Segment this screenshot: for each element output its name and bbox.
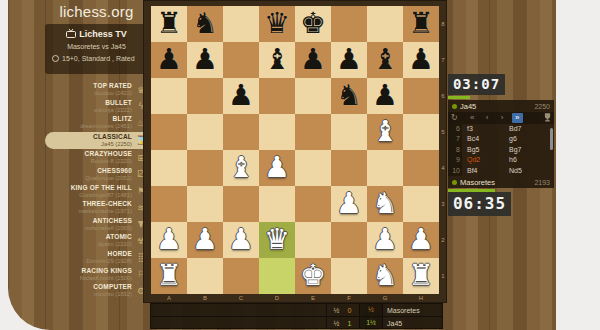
- rank-label-8: 8: [439, 6, 447, 42]
- channel-text: ANTICHESSnohonabell (2065): [85, 217, 132, 232]
- square-e3[interactable]: [295, 186, 331, 222]
- move-row-8: 8Bg5Bg7: [448, 145, 554, 156]
- channel-text: BULLETedronja (2222): [94, 99, 132, 114]
- square-f4[interactable]: [331, 150, 367, 186]
- first-move-button[interactable]: «: [467, 113, 478, 123]
- sidebar: lichess.org Lichess TV Masoretes vs Ja45…: [45, 0, 148, 330]
- score-row-ja45: ½11½Ja45: [151, 317, 442, 329]
- square-b8[interactable]: ♞: [187, 6, 223, 42]
- square-f2[interactable]: [331, 222, 367, 258]
- file-labels: ABCDEFGH: [151, 293, 439, 303]
- black-king-e8: ♚: [295, 6, 331, 42]
- analysis-board-button[interactable]: [544, 113, 551, 122]
- square-g1[interactable]: ♞: [367, 258, 403, 294]
- white-pawn-a2: ♟: [151, 222, 187, 258]
- square-e7[interactable]: ♟: [295, 42, 331, 78]
- player-row-bottom[interactable]: Masoretes 2193: [448, 177, 554, 189]
- time-bar-top: [448, 96, 470, 99]
- square-h7[interactable]: ♟: [403, 42, 439, 78]
- channel-label: ANTICHESS: [85, 217, 132, 224]
- channel-player: edronja (2222): [94, 107, 132, 114]
- white-pawn-h2: ♟: [403, 222, 439, 258]
- clock-bottom: 06:35: [448, 192, 511, 216]
- square-b4[interactable]: [187, 150, 223, 186]
- white-king-e1: ♚: [295, 258, 331, 294]
- channel-label: CRAZYHOUSE: [84, 150, 132, 157]
- square-f1[interactable]: [331, 258, 367, 294]
- channel-label: BULLET: [94, 99, 132, 106]
- square-e6[interactable]: [295, 78, 331, 114]
- square-d1[interactable]: [259, 258, 295, 294]
- tv-icon: [66, 29, 76, 38]
- black-pawn-a7: ♟: [151, 42, 187, 78]
- tv-time-control-row: 15+0, Standard , Rated: [52, 55, 148, 62]
- site-logo[interactable]: lichess.org: [45, 3, 148, 20]
- game1-result: ½: [330, 307, 343, 314]
- black-rook-h8: ♜: [403, 6, 439, 42]
- square-a7[interactable]: ♟: [151, 42, 187, 78]
- next-move-button[interactable]: ›: [497, 113, 508, 123]
- black-pawn-c6: ♟: [223, 78, 259, 114]
- lichess-tv-page: lichess.org Lichess TV Masoretes vs Ja45…: [0, 0, 600, 330]
- game2-result: 1: [343, 320, 356, 327]
- channel-text: THREE-CHECKmarketcrashe (1971): [79, 200, 132, 215]
- square-c4[interactable]: ♝: [223, 150, 259, 186]
- sidebar-item-crazyhouse[interactable]: CRAZYHOUSERookie-8 (2220)⊞: [45, 150, 148, 165]
- square-f8[interactable]: [331, 6, 367, 42]
- black-pawn-e7: ♟: [295, 42, 331, 78]
- square-g8[interactable]: [367, 6, 403, 42]
- channel-player: Gunslinger87 (1481): [71, 192, 132, 199]
- channel-text: CLASSICALJa45 (2250): [93, 133, 132, 148]
- chess-board[interactable]: ♜♞♛♚♜♟♟♝♟♟♝♟♟♞♟♝♝♟♟♞♟♟♟♛♟♟♜♚♞♜: [151, 6, 439, 294]
- black-knight-b8: ♞: [187, 6, 223, 42]
- black-pawn-b7: ♟: [187, 42, 223, 78]
- move-white[interactable]: f3: [462, 124, 509, 135]
- channel-player: Dimshin29 (1928): [86, 258, 132, 265]
- black-bishop-d7: ♝: [259, 42, 295, 78]
- move-white[interactable]: Qd2: [462, 155, 509, 166]
- file-label-b: B: [187, 293, 223, 303]
- square-a6[interactable]: [151, 78, 187, 114]
- channel-player: dreammoves (2451): [80, 123, 132, 130]
- game1-result: ½: [330, 320, 343, 327]
- rank-label-4: 4: [439, 150, 447, 186]
- square-a2[interactable]: ♟: [151, 222, 187, 258]
- file-label-e: E: [295, 293, 331, 303]
- clock-icon: [52, 55, 59, 62]
- white-bishop-c4: ♝: [223, 150, 259, 186]
- channel-label: CHESS960: [85, 167, 132, 174]
- square-c2[interactable]: ♟: [223, 222, 259, 258]
- sidebar-item-horde[interactable]: HORDEDimshin29 (1928)⣿: [45, 250, 148, 265]
- sidebar-item-antichess[interactable]: ANTICHESSnohonabell (2065)♟: [45, 217, 148, 232]
- online-dot: [452, 104, 457, 109]
- score-player-name: Ja45: [383, 320, 442, 327]
- white-pawn-d4: ♟: [259, 150, 295, 186]
- square-h8[interactable]: ♜: [403, 6, 439, 42]
- black-pawn-h7: ♟: [403, 42, 439, 78]
- channel-player: marketcrashe (1971): [79, 208, 132, 215]
- square-b2[interactable]: ♟: [187, 222, 223, 258]
- black-knight-f6: ♞: [331, 78, 367, 114]
- square-g6[interactable]: ♟: [367, 78, 403, 114]
- move-number: 6: [448, 124, 462, 135]
- square-d7[interactable]: ♝: [259, 42, 295, 78]
- channel-player: dpalm (2210): [98, 241, 132, 248]
- sidebar-item-racing-kings[interactable]: RACING KINGSNiclasKnecht (1500)⚐: [45, 267, 148, 282]
- tv-time-control: 15+0, Standard , Rated: [62, 55, 135, 62]
- white-rook-a1: ♜: [151, 258, 187, 294]
- move-number: 9: [448, 155, 462, 166]
- square-c8[interactable]: [223, 6, 259, 42]
- channel-player: duudou (2422): [93, 90, 132, 97]
- game-results: ½0: [326, 304, 359, 316]
- last-move-button[interactable]: »: [512, 113, 523, 123]
- move-white[interactable]: Bg5: [462, 145, 509, 156]
- score-row-masoretes: ½0½Masoretes: [151, 304, 442, 317]
- channel-text: KING OF THE HILLGunslinger87 (1481): [71, 184, 132, 199]
- square-d6[interactable]: [259, 78, 295, 114]
- file-label-h: H: [403, 293, 439, 303]
- move-black[interactable]: g6: [509, 134, 554, 145]
- channel-label: THREE-CHECK: [79, 200, 132, 207]
- square-c3[interactable]: [223, 186, 259, 222]
- rank-label-6: 6: [439, 78, 447, 114]
- square-h6[interactable]: [403, 78, 439, 114]
- player-rating-top: 2250: [534, 103, 550, 110]
- file-label-f: F: [331, 293, 367, 303]
- square-h1[interactable]: ♜: [403, 258, 439, 294]
- white-pawn-g2: ♟: [367, 222, 403, 258]
- channel-text: ATOMICdpalm (2210): [98, 233, 132, 248]
- square-c1[interactable]: [223, 258, 259, 294]
- square-e2[interactable]: [295, 222, 331, 258]
- tv-matchup: Masoretes vs Ja45: [45, 43, 148, 50]
- square-g7[interactable]: ♝: [367, 42, 403, 78]
- square-f3[interactable]: ♟: [331, 186, 367, 222]
- square-h2[interactable]: ♟: [403, 222, 439, 258]
- game2-result: 0: [343, 307, 356, 314]
- channel-label: RACING KINGS: [80, 267, 132, 274]
- move-white[interactable]: Bf4: [462, 166, 509, 177]
- black-bishop-g7: ♝: [367, 42, 403, 78]
- channel-label: TOP RATED: [93, 82, 132, 89]
- rank-label-5: 5: [439, 114, 447, 150]
- channel-player: NiclasKnecht (1500): [80, 275, 132, 282]
- file-label-a: A: [151, 293, 187, 303]
- move-number: 10: [448, 166, 462, 177]
- channel-player: Rookie-8 (2220): [84, 158, 132, 165]
- clock-top: 03:07: [448, 74, 505, 95]
- white-knight-g1: ♞: [367, 258, 403, 294]
- move-list-scrollbar[interactable]: [550, 128, 553, 150]
- white-pawn-b2: ♟: [187, 222, 223, 258]
- move-toolbar: ↻ « ‹ › »: [448, 112, 554, 124]
- move-nav: « ‹ › »: [467, 113, 523, 123]
- sidebar-item-blitz[interactable]: BLITZdreammoves (2451)♨: [45, 115, 148, 130]
- move-row-6: 6f3Bd7: [448, 124, 554, 135]
- file-label-c: C: [223, 293, 259, 303]
- square-a1[interactable]: ♜: [151, 258, 187, 294]
- square-d5[interactable]: [259, 114, 295, 150]
- rank-label-7: 7: [439, 42, 447, 78]
- square-g3[interactable]: ♞: [367, 186, 403, 222]
- sidebar-item-top-rated[interactable]: TOP RATEDduudou (2422)♛: [45, 82, 148, 97]
- square-b1[interactable]: [187, 258, 223, 294]
- match-score-strip: ½0½Masoretes½11½Ja45: [150, 303, 443, 329]
- channel-label: ATOMIC: [98, 233, 132, 240]
- channel-player: micchio (1832): [93, 291, 132, 298]
- move-row-7: 7Bc4g6: [448, 134, 554, 145]
- square-g2[interactable]: ♟: [367, 222, 403, 258]
- channel-label: HORDE: [86, 250, 132, 257]
- player-row-top[interactable]: Ja45 2250: [448, 100, 554, 112]
- channel-text: COMPUTERmicchio (1832): [93, 283, 132, 298]
- channel-label: BLITZ: [80, 115, 132, 122]
- channel-list: TOP RATEDduudou (2422)♛BULLETedronja (22…: [45, 82, 148, 300]
- channel-text: RACING KINGSNiclasKnecht (1500): [80, 267, 132, 282]
- square-f7[interactable]: ♟: [331, 42, 367, 78]
- black-pawn-g6: ♟: [367, 78, 403, 114]
- black-rook-a8: ♜: [151, 6, 187, 42]
- square-h4[interactable]: [403, 150, 439, 186]
- square-d2[interactable]: ♛: [259, 222, 295, 258]
- square-d8[interactable]: ♛: [259, 6, 295, 42]
- white-pawn-f3: ♟: [331, 186, 367, 222]
- move-number: 8: [448, 145, 462, 156]
- channel-label: KING OF THE HILL: [71, 184, 132, 191]
- square-a5[interactable]: [151, 114, 187, 150]
- square-b5[interactable]: [187, 114, 223, 150]
- move-black[interactable]: h6: [509, 155, 554, 166]
- move-row-9: 9Qd2h6: [448, 155, 554, 166]
- channel-text: CHESS960Qualunque (2052): [85, 167, 132, 182]
- channel-text: CRAZYHOUSERookie-8 (2220): [84, 150, 132, 165]
- total-score: ½: [359, 304, 383, 316]
- rank-label-3: 3: [439, 186, 447, 222]
- black-queen-d8: ♛: [259, 6, 295, 42]
- square-a3[interactable]: [151, 186, 187, 222]
- square-d3[interactable]: [259, 186, 295, 222]
- channel-label: CLASSICAL: [93, 133, 132, 140]
- online-dot: [452, 180, 457, 185]
- square-g4[interactable]: [367, 150, 403, 186]
- square-a8[interactable]: ♜: [151, 6, 187, 42]
- channel-player: nohonabell (2065): [85, 225, 132, 232]
- channel-text: HORDEDimshin29 (1928): [86, 250, 132, 265]
- total-score: 1½: [359, 317, 383, 329]
- white-knight-g3: ♞: [367, 186, 403, 222]
- square-g5[interactable]: ♝: [367, 114, 403, 150]
- square-e1[interactable]: ♚: [295, 258, 331, 294]
- move-white[interactable]: Bc4: [462, 134, 509, 145]
- tv-title-row: Lichess TV: [45, 29, 148, 39]
- sidebar-item-king-of-the-hill[interactable]: KING OF THE HILLGunslinger87 (1481)⚑: [45, 184, 148, 199]
- square-h3[interactable]: [403, 186, 439, 222]
- file-label-g: G: [367, 293, 403, 303]
- sidebar-item-chess960[interactable]: CHESS960Qualunque (2052)⚂: [45, 167, 148, 182]
- square-e5[interactable]: [295, 114, 331, 150]
- square-f5[interactable]: [331, 114, 367, 150]
- square-h5[interactable]: [403, 114, 439, 150]
- square-b7[interactable]: ♟: [187, 42, 223, 78]
- move-list: 6f3Bd77Bc4g68Bg5Bg79Qd2h610Bf4Nd5: [448, 124, 554, 177]
- channel-text: BLITZdreammoves (2451): [80, 115, 132, 130]
- sidebar-item-bullet[interactable]: BULLETedronja (2222)ϟ: [45, 99, 148, 114]
- game-panel: Ja45 2250 ↻ « ‹ › » 6f3Bd77Bc4g68Bg5Bg79…: [448, 100, 554, 188]
- channel-text: TOP RATEDduudou (2422): [93, 82, 132, 97]
- flip-board-button[interactable]: ↻: [451, 113, 458, 122]
- square-e8[interactable]: ♚: [295, 6, 331, 42]
- square-a4[interactable]: [151, 150, 187, 186]
- square-f6[interactable]: ♞: [331, 78, 367, 114]
- square-e4[interactable]: [295, 150, 331, 186]
- sidebar-item-atomic[interactable]: ATOMICdpalm (2210)☢: [45, 233, 148, 248]
- score-player-name: Masoretes: [383, 307, 442, 314]
- rank-labels: 87654321: [439, 6, 447, 294]
- sidebar-item-classical[interactable]: CLASSICALJa45 (2250)⌛: [45, 132, 155, 149]
- white-bishop-g5: ♝: [367, 114, 403, 150]
- trophy-icon: [544, 113, 551, 122]
- tv-title: Lichess TV: [79, 29, 127, 39]
- move-row-10: 10Bf4Nd5: [448, 166, 554, 177]
- rank-label-2: 2: [439, 222, 447, 258]
- white-rook-h1: ♜: [403, 258, 439, 294]
- player-name-top[interactable]: Ja45: [460, 102, 476, 111]
- black-pawn-f7: ♟: [331, 42, 367, 78]
- player-rating-bottom: 2193: [534, 179, 550, 186]
- square-b3[interactable]: [187, 186, 223, 222]
- square-c7[interactable]: [223, 42, 259, 78]
- game-results: ½1: [326, 317, 359, 329]
- prev-move-button[interactable]: ‹: [482, 113, 493, 123]
- white-queen-d2: ♛: [259, 222, 295, 258]
- channel-label: COMPUTER: [93, 283, 132, 290]
- tv-info-box: Lichess TV Masoretes vs Ja45 15+0, Stand…: [45, 24, 148, 74]
- move-number: 7: [448, 134, 462, 145]
- move-black[interactable]: Bd7: [509, 124, 554, 135]
- white-pawn-c2: ♟: [223, 222, 259, 258]
- square-b6[interactable]: [187, 78, 223, 114]
- move-black[interactable]: Nd5: [509, 166, 554, 177]
- sidebar-item-three-check[interactable]: THREE-CHECKmarketcrashe (1971)≋: [45, 200, 148, 215]
- file-label-d: D: [259, 293, 295, 303]
- square-c6[interactable]: ♟: [223, 78, 259, 114]
- move-black[interactable]: Bg7: [509, 145, 554, 156]
- square-c5[interactable]: [223, 114, 259, 150]
- rank-label-1: 1: [439, 258, 447, 294]
- square-d4[interactable]: ♟: [259, 150, 295, 186]
- channel-player: Ja45 (2250): [93, 141, 132, 148]
- player-name-bottom[interactable]: Masoretes: [460, 178, 495, 187]
- channel-player: Qualunque (2052): [85, 175, 132, 182]
- sidebar-item-computer[interactable]: COMPUTERmicchio (1832)⚙: [45, 283, 148, 298]
